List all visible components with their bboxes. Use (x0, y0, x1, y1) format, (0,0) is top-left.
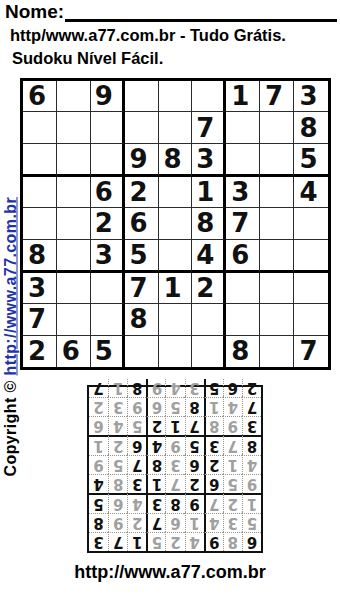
puzzle-cell-r2c1 (23, 112, 57, 143)
solution-cell-r7c7: 5 (127, 416, 146, 435)
solution-cell-r6c7: 6 (127, 435, 146, 455)
puzzle-cell-r8c2 (57, 304, 91, 335)
puzzle-cell-r1c6 (192, 81, 226, 112)
solution-cell-r4c4: 2 (185, 474, 204, 493)
solution-cell-r3c6: 3 (146, 493, 165, 513)
puzzle-cell-r3c5: 8 (159, 144, 193, 177)
site-title: http/www.a77.com.br - Tudo Grátis. (10, 26, 286, 45)
puzzle-cell-r7c2 (57, 273, 91, 304)
puzzle-cell-r2c8 (260, 112, 294, 143)
solution-cell-r1c9: 3 (89, 532, 108, 551)
solution-cell-r6c1: 8 (242, 435, 261, 455)
solution-cell-r6c2: 7 (223, 435, 242, 455)
solution-cell-r7c3: 8 (204, 416, 223, 435)
puzzle-cell-r3c9: 5 (294, 144, 328, 177)
solution-cell-r8c8: 3 (108, 397, 127, 416)
puzzle-cell-r4c2 (57, 177, 91, 208)
solution-cell-r9c8: 1 (108, 379, 127, 397)
puzzle-cell-r9c3: 5 (91, 336, 125, 367)
solution-cell-r2c1: 5 (242, 513, 261, 532)
solution-cell-r2c7: 2 (127, 513, 146, 532)
puzzle-cell-r5c4: 6 (125, 208, 159, 239)
sudoku-sheet: Nome: http/www.a77.com.br - Tudo Grátis.… (0, 0, 340, 596)
solution-cell-r1c6: 5 (146, 532, 165, 551)
solution-cell-r2c6: 7 (146, 513, 165, 532)
puzzle-cell-r2c7 (226, 112, 260, 143)
puzzle-cell-r4c5 (159, 177, 193, 208)
puzzle-cell-r2c5 (159, 112, 193, 143)
solution-cell-r4c9: 4 (89, 474, 108, 493)
solution-cell-r7c4: 7 (185, 416, 204, 435)
puzzle-cell-r8c7 (226, 304, 260, 335)
difficulty-title: Sudoku Nível Fácil. (12, 49, 163, 68)
solution-cell-r2c5: 6 (165, 513, 184, 532)
solution-cell-r2c4: 1 (185, 513, 204, 532)
copyright-vertical-text: Copyright © http://www.a77.com.br (2, 85, 19, 477)
solution-cell-r3c2: 2 (223, 493, 242, 513)
puzzle-cell-r9c8 (260, 336, 294, 367)
puzzle-cell-r1c5 (159, 81, 193, 112)
solution-cell-r9c3: 5 (204, 379, 223, 397)
puzzle-cell-r4c7: 3 (226, 177, 260, 208)
solution-cell-r1c5: 2 (165, 532, 184, 551)
solution-cell-r7c2: 9 (223, 416, 242, 435)
puzzle-cell-r6c8 (260, 240, 294, 273)
solution-cell-r6c3: 3 (204, 435, 223, 455)
puzzle-cell-r9c9: 7 (294, 336, 328, 367)
solution-cell-r8c7: 9 (127, 397, 146, 416)
copyright-link: http://www.a77.com.br (2, 197, 19, 376)
puzzle-cell-r5c1 (23, 208, 57, 239)
solution-cell-r7c9: 6 (89, 416, 108, 435)
solution-cell-r8c1: 7 (242, 397, 261, 416)
puzzle-cell-r6c5 (159, 240, 193, 273)
name-label: Nome: (5, 0, 64, 24)
puzzle-cell-r9c1: 2 (23, 336, 57, 367)
solution-cell-r8c6: 6 (146, 397, 165, 416)
solution-cell-r4c6: 1 (146, 474, 165, 493)
puzzle-cell-r4c6: 1 (192, 177, 226, 208)
puzzle-cell-r7c4: 7 (125, 273, 159, 304)
solution-cell-r2c8: 9 (108, 513, 127, 532)
puzzle-cell-r7c6: 2 (192, 273, 226, 304)
puzzle-cell-r6c3: 3 (91, 240, 125, 273)
solution-cell-r3c1: 1 (242, 493, 261, 513)
puzzle-cell-r7c1: 3 (23, 273, 57, 304)
puzzle-cell-r3c8 (260, 144, 294, 177)
puzzle-cell-r3c1 (23, 144, 57, 177)
solution-cell-r5c3: 2 (204, 455, 223, 474)
solution-cell-r3c7: 4 (127, 493, 146, 513)
solution-cell-r7c6: 2 (146, 416, 165, 435)
solution-cell-r8c9: 2 (89, 397, 108, 416)
solution-cell-r5c1: 4 (242, 455, 261, 474)
puzzle-cell-r6c7: 6 (226, 240, 260, 273)
puzzle-cell-r3c7 (226, 144, 260, 177)
puzzle-cell-r8c6 (192, 304, 226, 335)
puzzle-cell-r7c9 (294, 273, 328, 304)
puzzle-cell-r6c9 (294, 240, 328, 273)
puzzle-cell-r1c3: 9 (91, 81, 125, 112)
puzzle-cell-r8c8 (260, 304, 294, 335)
puzzle-cell-r8c5 (159, 304, 193, 335)
puzzle-cell-r7c5: 1 (159, 273, 193, 304)
puzzle-cell-r9c6 (192, 336, 226, 367)
solution-cell-r1c1: 6 (242, 532, 261, 551)
puzzle-cell-r6c1: 8 (23, 240, 57, 273)
puzzle-cell-r3c6: 3 (192, 144, 226, 177)
puzzle-cell-r4c4: 2 (125, 177, 159, 208)
puzzle-cell-r2c4 (125, 112, 159, 143)
puzzle-cell-r1c1: 6 (23, 81, 57, 112)
solution-cell-r9c9: 7 (89, 379, 108, 397)
puzzle-cell-r5c7: 7 (226, 208, 260, 239)
puzzle-cell-r2c3 (91, 112, 125, 143)
copyright-prefix: Copyright © (2, 375, 19, 476)
solution-cell-r4c3: 6 (204, 474, 223, 493)
puzzle-cell-r9c2: 6 (57, 336, 91, 367)
puzzle-cell-r1c8: 7 (260, 81, 294, 112)
puzzle-cell-r2c9: 8 (294, 112, 328, 143)
footer-url: http://www.a77.com.br (0, 562, 340, 583)
solution-cell-r8c5: 5 (165, 397, 184, 416)
puzzle-cell-r7c8 (260, 273, 294, 304)
solution-cell-r1c3: 9 (204, 532, 223, 551)
puzzle-cell-r8c3 (91, 304, 125, 335)
solution-cell-r3c8: 6 (108, 493, 127, 513)
solution-cell-r9c7: 8 (127, 379, 146, 397)
solution-cell-r8c3: 1 (204, 397, 223, 416)
puzzle-cell-r5c8 (260, 208, 294, 239)
solution-cell-r3c5: 8 (165, 493, 184, 513)
solution-grid: 6894251735341672981279834659562713844126… (87, 385, 263, 553)
solution-cell-r7c1: 3 (242, 416, 261, 435)
puzzle-cell-r6c2 (57, 240, 91, 273)
solution-cell-r9c4: 3 (185, 379, 204, 397)
solution-cell-r6c8: 2 (108, 435, 127, 455)
solution-cell-r3c9: 5 (89, 493, 108, 513)
puzzle-cell-r7c7 (226, 273, 260, 304)
puzzle-cell-r7c3 (91, 273, 125, 304)
puzzle-cell-r9c4 (125, 336, 159, 367)
puzzle-cell-r5c2 (57, 208, 91, 239)
puzzle-cell-r5c3: 2 (91, 208, 125, 239)
solution-cell-r1c8: 7 (108, 532, 127, 551)
puzzle-cell-r3c3 (91, 144, 125, 177)
name-row: Nome: (5, 0, 337, 24)
puzzle-cell-r1c2 (57, 81, 91, 112)
puzzle-cell-r4c8 (260, 177, 294, 208)
solution-cell-r1c7: 1 (127, 532, 146, 551)
solution-cell-r9c2: 6 (223, 379, 242, 397)
solution-cell-r7c8: 4 (108, 416, 127, 435)
solution-cell-r2c9: 8 (89, 513, 108, 532)
solution-cell-r6c5: 9 (165, 435, 184, 455)
solution-cell-r6c9: 1 (89, 435, 108, 455)
puzzle-cell-r3c2 (57, 144, 91, 177)
puzzle-cell-r1c9: 3 (294, 81, 328, 112)
solution-cell-r5c9: 9 (89, 455, 108, 474)
solution-cell-r2c2: 3 (223, 513, 242, 532)
puzzle-cell-r4c1 (23, 177, 57, 208)
solution-cell-r9c5: 4 (165, 379, 184, 397)
solution-cell-r5c8: 5 (108, 455, 127, 474)
solution-cell-r5c2: 1 (223, 455, 242, 474)
solution-cell-r5c4: 6 (185, 455, 204, 474)
solution-cell-r4c1: 9 (242, 474, 261, 493)
puzzle-cell-r6c6: 4 (192, 240, 226, 273)
solution-cell-r7c5: 1 (165, 416, 184, 435)
puzzle-cell-r5c5 (159, 208, 193, 239)
solution-cell-r5c6: 8 (146, 455, 165, 474)
solution-cell-r4c7: 3 (127, 474, 146, 493)
puzzle-cell-r1c7: 1 (226, 81, 260, 112)
puzzle-cell-r2c6: 7 (192, 112, 226, 143)
solution-cell-r6c6: 4 (146, 435, 165, 455)
solution-cell-r8c4: 8 (185, 397, 204, 416)
puzzle-cell-r8c4: 8 (125, 304, 159, 335)
puzzle-cell-r4c3: 6 (91, 177, 125, 208)
puzzle-cell-r3c4: 9 (125, 144, 159, 177)
puzzle-cell-r2c2 (57, 112, 91, 143)
solution-cell-r2c3: 4 (204, 513, 223, 532)
solution-cell-r9c6: 9 (146, 379, 165, 397)
solution-cell-r5c7: 7 (127, 455, 146, 474)
puzzle-cell-r6c4: 5 (125, 240, 159, 273)
solution-cell-r8c2: 4 (223, 397, 242, 416)
name-blank-line (65, 18, 337, 22)
puzzle-cell-r5c6: 8 (192, 208, 226, 239)
solution-cell-r3c4: 9 (185, 493, 204, 513)
solution-cell-r6c4: 5 (185, 435, 204, 455)
puzzle-cell-r8c1: 7 (23, 304, 57, 335)
solution-cell-r9c1: 2 (242, 379, 261, 397)
solution-cell-r1c4: 4 (185, 532, 204, 551)
solution-cell-r5c5: 3 (165, 455, 184, 474)
solution-cell-r4c8: 8 (108, 474, 127, 493)
puzzle-cell-r5c9 (294, 208, 328, 239)
puzzle-cell-r1c4 (125, 81, 159, 112)
solution-cell-r1c2: 8 (223, 532, 242, 551)
puzzle-cell-r9c5 (159, 336, 193, 367)
solution-cell-r4c5: 7 (165, 474, 184, 493)
puzzle-cell-r8c9 (294, 304, 328, 335)
solution-cell-r3c3: 7 (204, 493, 223, 513)
puzzle-cell-r4c9: 4 (294, 177, 328, 208)
solution-cell-r4c2: 5 (223, 474, 242, 493)
sudoku-grid: 691737898356213426878354637127826587 (20, 78, 331, 370)
puzzle-cell-r9c7: 8 (226, 336, 260, 367)
